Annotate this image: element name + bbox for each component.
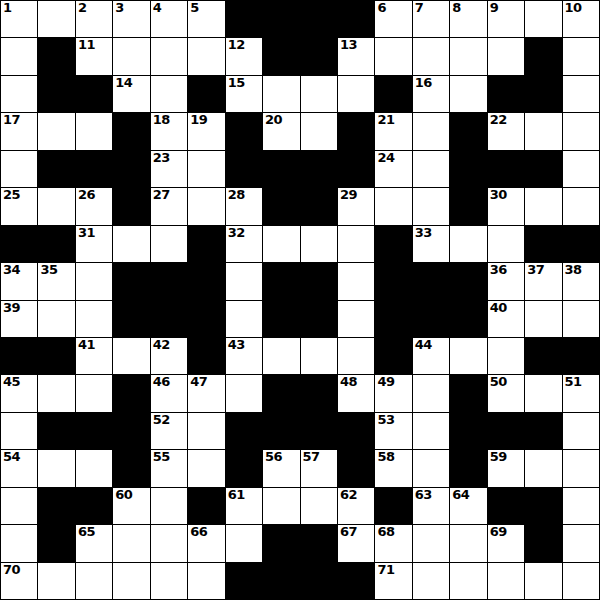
black-cell-r14-c1 [38,525,74,561]
white-cell-r9-c7[interactable] [263,338,299,374]
white-cell-r12-c1[interactable] [38,450,74,486]
clue-number-69: 69 [490,525,507,539]
white-cell-r0-c4[interactable]: 4 [151,1,187,37]
white-cell-r6-c8[interactable] [301,226,337,262]
clue-number-21: 21 [377,113,394,127]
black-cell-r11-c13 [488,413,524,449]
black-cell-r7-c11 [413,263,449,299]
black-cell-r15-c6 [226,563,262,599]
clue-number-62: 62 [340,488,357,502]
white-cell-r10-c0[interactable]: 45 [1,375,37,411]
white-cell-r1-c12[interactable] [450,38,486,74]
black-cell-r13-c10 [375,488,411,524]
black-cell-r13-c1 [38,488,74,524]
white-cell-r10-c11[interactable] [413,375,449,411]
white-cell-r11-c15[interactable] [563,413,599,449]
clue-number-39: 39 [3,301,20,315]
white-cell-r5-c4[interactable]: 27 [151,188,187,224]
clue-number-26: 26 [78,188,95,202]
white-cell-r0-c5[interactable]: 5 [188,1,224,37]
clue-number-59: 59 [490,450,507,464]
white-cell-r0-c12[interactable]: 8 [450,1,486,37]
white-cell-r1-c11[interactable] [413,38,449,74]
clue-number-33: 33 [415,226,432,240]
clue-number-48: 48 [340,375,357,389]
white-cell-r2-c9[interactable] [338,76,374,112]
white-cell-r0-c3[interactable]: 3 [113,1,149,37]
white-cell-r12-c8[interactable]: 57 [301,450,337,486]
black-cell-r3-c12 [450,113,486,149]
white-cell-r1-c15[interactable] [563,38,599,74]
white-cell-r6-c12[interactable] [450,226,486,262]
black-cell-r2-c10 [375,76,411,112]
white-cell-r10-c2[interactable] [76,375,112,411]
clue-number-61: 61 [228,488,245,502]
clue-number-57: 57 [303,450,320,464]
white-cell-r13-c9[interactable]: 62 [338,488,374,524]
white-cell-r3-c8[interactable] [301,113,337,149]
black-cell-r11-c6 [226,413,262,449]
black-cell-r11-c7 [263,413,299,449]
black-cell-r3-c6 [226,113,262,149]
white-cell-r13-c4[interactable] [151,488,187,524]
clue-number-35: 35 [40,263,57,277]
white-cell-r0-c15[interactable]: 10 [563,1,599,37]
clue-number-37: 37 [527,263,544,277]
white-cell-r8-c15[interactable] [563,301,599,337]
white-cell-r8-c13[interactable]: 40 [488,301,524,337]
white-cell-r3-c2[interactable] [76,113,112,149]
white-cell-r10-c14[interactable] [525,375,561,411]
black-cell-r12-c9 [338,450,374,486]
white-cell-r10-c15[interactable]: 51 [563,375,599,411]
white-cell-r12-c13[interactable]: 59 [488,450,524,486]
white-cell-r6-c9[interactable] [338,226,374,262]
white-cell-r12-c5[interactable] [188,450,224,486]
clue-number-17: 17 [3,113,20,127]
clue-number-65: 65 [78,525,95,539]
black-cell-r8-c7 [263,301,299,337]
black-cell-r8-c11 [413,301,449,337]
white-cell-r15-c11[interactable] [413,563,449,599]
white-cell-r14-c11[interactable] [413,525,449,561]
white-cell-r5-c2[interactable]: 26 [76,188,112,224]
white-cell-r12-c4[interactable]: 55 [151,450,187,486]
clue-number-49: 49 [377,375,394,389]
black-cell-r6-c0 [1,226,37,262]
clue-number-23: 23 [153,151,170,165]
white-cell-r15-c14[interactable] [525,563,561,599]
white-cell-r11-c5[interactable] [188,413,224,449]
white-cell-r9-c8[interactable] [301,338,337,374]
black-cell-r12-c12 [450,450,486,486]
black-cell-r5-c8 [301,188,337,224]
white-cell-r5-c14[interactable] [525,188,561,224]
white-cell-r14-c9[interactable]: 67 [338,525,374,561]
white-cell-r4-c4[interactable]: 23 [151,151,187,187]
white-cell-r3-c0[interactable]: 17 [1,113,37,149]
white-cell-r3-c14[interactable] [525,113,561,149]
black-cell-r11-c14 [525,413,561,449]
black-cell-r10-c12 [450,375,486,411]
black-cell-r4-c7 [263,151,299,187]
black-cell-r5-c12 [450,188,486,224]
white-cell-r0-c13[interactable]: 9 [488,1,524,37]
white-cell-r15-c2[interactable] [76,563,112,599]
white-cell-r15-c15[interactable] [563,563,599,599]
white-cell-r10-c6[interactable] [226,375,262,411]
white-cell-r1-c13[interactable] [488,38,524,74]
white-cell-r5-c5[interactable] [188,188,224,224]
white-cell-r2-c0[interactable] [1,76,37,112]
white-cell-r8-c1[interactable] [38,301,74,337]
black-cell-r10-c7 [263,375,299,411]
white-cell-r3-c1[interactable] [38,113,74,149]
white-cell-r3-c5[interactable]: 19 [188,113,224,149]
white-cell-r4-c11[interactable] [413,151,449,187]
white-cell-r5-c11[interactable] [413,188,449,224]
white-cell-r3-c10[interactable]: 21 [375,113,411,149]
white-cell-r10-c10[interactable]: 49 [375,375,411,411]
white-cell-r15-c1[interactable] [38,563,74,599]
black-cell-r8-c3 [113,301,149,337]
white-cell-r1-c3[interactable] [113,38,149,74]
black-cell-r9-c0 [1,338,37,374]
clue-number-3: 3 [115,1,124,15]
clue-number-34: 34 [3,263,20,277]
clue-number-38: 38 [565,263,582,277]
white-cell-r12-c11[interactable] [413,450,449,486]
clue-number-43: 43 [228,338,245,352]
white-cell-r10-c4[interactable]: 46 [151,375,187,411]
white-cell-r12-c0[interactable]: 54 [1,450,37,486]
white-cell-r7-c0[interactable]: 34 [1,263,37,299]
clue-number-20: 20 [265,113,282,127]
black-cell-r6-c15 [563,226,599,262]
clue-number-19: 19 [190,113,207,127]
black-cell-r8-c5 [188,301,224,337]
white-cell-r2-c11[interactable]: 16 [413,76,449,112]
white-cell-r6-c3[interactable] [113,226,149,262]
clue-number-14: 14 [115,76,132,90]
white-cell-r11-c4[interactable]: 52 [151,413,187,449]
clue-number-24: 24 [377,151,394,165]
white-cell-r6-c4[interactable] [151,226,187,262]
white-cell-r9-c2[interactable]: 41 [76,338,112,374]
black-cell-r6-c1 [38,226,74,262]
white-cell-r4-c10[interactable]: 24 [375,151,411,187]
clue-number-13: 13 [340,38,357,52]
black-cell-r12-c3 [113,450,149,486]
white-cell-r3-c11[interactable] [413,113,449,149]
black-cell-r4-c9 [338,151,374,187]
clue-number-41: 41 [78,338,95,352]
clue-number-58: 58 [377,450,394,464]
black-cell-r8-c8 [301,301,337,337]
clue-number-12: 12 [228,38,245,52]
clue-number-28: 28 [228,188,245,202]
white-cell-r6-c7[interactable] [263,226,299,262]
white-cell-r8-c9[interactable] [338,301,374,337]
clue-number-15: 15 [228,76,245,90]
white-cell-r14-c10[interactable]: 68 [375,525,411,561]
white-cell-r14-c2[interactable]: 65 [76,525,112,561]
white-cell-r10-c9[interactable]: 48 [338,375,374,411]
clue-number-27: 27 [153,188,170,202]
white-cell-r13-c11[interactable]: 63 [413,488,449,524]
white-cell-r1-c4[interactable] [151,38,187,74]
white-cell-r13-c15[interactable] [563,488,599,524]
white-cell-r1-c5[interactable] [188,38,224,74]
white-cell-r9-c3[interactable] [113,338,149,374]
clue-number-66: 66 [190,525,207,539]
white-cell-r3-c4[interactable]: 18 [151,113,187,149]
black-cell-r1-c8 [301,38,337,74]
clue-number-5: 5 [190,1,199,15]
white-cell-r6-c13[interactable] [488,226,524,262]
black-cell-r6-c14 [525,226,561,262]
black-cell-r8-c10 [375,301,411,337]
white-cell-r1-c10[interactable] [375,38,411,74]
white-cell-r15-c0[interactable]: 70 [1,563,37,599]
clue-number-46: 46 [153,375,170,389]
white-cell-r9-c4[interactable]: 42 [151,338,187,374]
white-cell-r12-c7[interactable]: 56 [263,450,299,486]
white-cell-r14-c15[interactable] [563,525,599,561]
clue-number-42: 42 [153,338,170,352]
white-cell-r0-c2[interactable]: 2 [76,1,112,37]
white-cell-r5-c9[interactable]: 29 [338,188,374,224]
white-cell-r4-c0[interactable] [1,151,37,187]
clue-number-53: 53 [377,413,394,427]
black-cell-r1-c1 [38,38,74,74]
black-cell-r6-c5 [188,226,224,262]
clue-number-25: 25 [3,188,20,202]
clue-number-63: 63 [415,488,432,502]
white-cell-r5-c0[interactable]: 25 [1,188,37,224]
black-cell-r9-c10 [375,338,411,374]
black-cell-r0-c8 [301,1,337,37]
white-cell-r9-c13[interactable] [488,338,524,374]
white-cell-r14-c12[interactable] [450,525,486,561]
white-cell-r2-c12[interactable] [450,76,486,112]
white-cell-r9-c6[interactable]: 43 [226,338,262,374]
clue-number-45: 45 [3,375,20,389]
white-cell-r1-c2[interactable]: 11 [76,38,112,74]
white-cell-r10-c1[interactable] [38,375,74,411]
black-cell-r4-c13 [488,151,524,187]
black-cell-r4-c8 [301,151,337,187]
white-cell-r14-c6[interactable] [226,525,262,561]
clue-number-52: 52 [153,413,170,427]
white-cell-r9-c12[interactable] [450,338,486,374]
black-cell-r2-c14 [525,76,561,112]
white-cell-r13-c8[interactable] [301,488,337,524]
white-cell-r0-c1[interactable] [38,1,74,37]
clue-number-6: 6 [377,1,386,15]
white-cell-r14-c0[interactable] [1,525,37,561]
white-cell-r14-c5[interactable]: 66 [188,525,224,561]
black-cell-r15-c8 [301,563,337,599]
white-cell-r9-c9[interactable] [338,338,374,374]
black-cell-r2-c5 [188,76,224,112]
white-cell-r1-c9[interactable]: 13 [338,38,374,74]
clue-number-18: 18 [153,113,170,127]
white-cell-r7-c15[interactable]: 38 [563,263,599,299]
black-cell-r4-c3 [113,151,149,187]
black-cell-r4-c6 [226,151,262,187]
clue-number-29: 29 [340,188,357,202]
white-cell-r6-c11[interactable]: 33 [413,226,449,262]
black-cell-r13-c13 [488,488,524,524]
white-cell-r7-c13[interactable]: 36 [488,263,524,299]
clue-number-47: 47 [190,375,207,389]
black-cell-r10-c8 [301,375,337,411]
black-cell-r5-c7 [263,188,299,224]
black-cell-r14-c14 [525,525,561,561]
black-cell-r4-c1 [38,151,74,187]
white-cell-r8-c0[interactable]: 39 [1,301,37,337]
white-cell-r12-c10[interactable]: 58 [375,450,411,486]
white-cell-r11-c10[interactable]: 53 [375,413,411,449]
white-cell-r15-c13[interactable] [488,563,524,599]
white-cell-r14-c13[interactable]: 69 [488,525,524,561]
white-cell-r8-c14[interactable] [525,301,561,337]
black-cell-r7-c8 [301,263,337,299]
white-cell-r8-c2[interactable] [76,301,112,337]
white-cell-r5-c15[interactable] [563,188,599,224]
white-cell-r0-c10[interactable]: 6 [375,1,411,37]
white-cell-r11-c0[interactable] [1,413,37,449]
clue-number-30: 30 [490,188,507,202]
white-cell-r15-c3[interactable] [113,563,149,599]
black-cell-r15-c9 [338,563,374,599]
black-cell-r13-c2 [76,488,112,524]
white-cell-r7-c2[interactable] [76,263,112,299]
black-cell-r7-c3 [113,263,149,299]
white-cell-r4-c5[interactable] [188,151,224,187]
black-cell-r7-c4 [151,263,187,299]
black-cell-r8-c12 [450,301,486,337]
white-cell-r14-c4[interactable] [151,525,187,561]
clue-number-55: 55 [153,450,170,464]
black-cell-r7-c12 [450,263,486,299]
white-cell-r7-c1[interactable]: 35 [38,263,74,299]
white-cell-r6-c6[interactable]: 32 [226,226,262,262]
clue-number-8: 8 [452,1,461,15]
black-cell-r7-c5 [188,263,224,299]
white-cell-r3-c15[interactable] [563,113,599,149]
clue-number-67: 67 [340,525,357,539]
clue-number-51: 51 [565,375,582,389]
white-cell-r3-c13[interactable]: 22 [488,113,524,149]
white-cell-r7-c14[interactable]: 37 [525,263,561,299]
black-cell-r14-c8 [301,525,337,561]
clue-number-71: 71 [377,563,394,577]
white-cell-r2-c4[interactable] [151,76,187,112]
white-cell-r15-c4[interactable] [151,563,187,599]
black-cell-r11-c3 [113,413,149,449]
white-cell-r3-c7[interactable]: 20 [263,113,299,149]
black-cell-r1-c7 [263,38,299,74]
white-cell-r7-c6[interactable] [226,263,262,299]
crossword-grid: 1234567891011121314151617181920212223242… [0,0,600,600]
clue-number-50: 50 [490,375,507,389]
black-cell-r8-c4 [151,301,187,337]
clue-number-32: 32 [228,226,245,240]
white-cell-r2-c3[interactable]: 14 [113,76,149,112]
white-cell-r14-c3[interactable] [113,525,149,561]
white-cell-r5-c10[interactable] [375,188,411,224]
black-cell-r7-c10 [375,263,411,299]
clue-number-7: 7 [415,1,424,15]
white-cell-r13-c12[interactable]: 64 [450,488,486,524]
white-cell-r13-c7[interactable] [263,488,299,524]
black-cell-r14-c7 [263,525,299,561]
white-cell-r15-c10[interactable]: 71 [375,563,411,599]
black-cell-r2-c1 [38,76,74,112]
black-cell-r4-c2 [76,151,112,187]
white-cell-r2-c7[interactable] [263,76,299,112]
white-cell-r4-c15[interactable] [563,151,599,187]
black-cell-r11-c12 [450,413,486,449]
white-cell-r6-c2[interactable]: 31 [76,226,112,262]
clue-number-60: 60 [115,488,132,502]
black-cell-r13-c14 [525,488,561,524]
white-cell-r2-c8[interactable] [301,76,337,112]
clue-number-36: 36 [490,263,507,277]
black-cell-r9-c15 [563,338,599,374]
white-cell-r0-c14[interactable] [525,1,561,37]
white-cell-r1-c6[interactable]: 12 [226,38,262,74]
white-cell-r12-c14[interactable] [525,450,561,486]
white-cell-r15-c5[interactable] [188,563,224,599]
white-cell-r0-c0[interactable]: 1 [1,1,37,37]
white-cell-r0-c11[interactable]: 7 [413,1,449,37]
white-cell-r2-c6[interactable]: 15 [226,76,262,112]
white-cell-r8-c6[interactable] [226,301,262,337]
white-cell-r11-c11[interactable] [413,413,449,449]
clue-number-22: 22 [490,113,507,127]
white-cell-r13-c3[interactable]: 60 [113,488,149,524]
clue-number-44: 44 [415,338,432,352]
white-cell-r10-c13[interactable]: 50 [488,375,524,411]
white-cell-r5-c13[interactable]: 30 [488,188,524,224]
clue-number-16: 16 [415,76,432,90]
black-cell-r1-c14 [525,38,561,74]
white-cell-r13-c0[interactable] [1,488,37,524]
black-cell-r10-c3 [113,375,149,411]
white-cell-r10-c5[interactable]: 47 [188,375,224,411]
black-cell-r4-c14 [525,151,561,187]
clue-number-11: 11 [78,38,95,52]
black-cell-r4-c12 [450,151,486,187]
white-cell-r2-c15[interactable] [563,76,599,112]
white-cell-r9-c11[interactable]: 44 [413,338,449,374]
white-cell-r1-c0[interactable] [1,38,37,74]
white-cell-r7-c9[interactable] [338,263,374,299]
black-cell-r2-c13 [488,76,524,112]
white-cell-r12-c15[interactable] [563,450,599,486]
white-cell-r12-c2[interactable] [76,450,112,486]
white-cell-r5-c6[interactable]: 28 [226,188,262,224]
clue-number-1: 1 [3,1,12,15]
black-cell-r11-c1 [38,413,74,449]
white-cell-r15-c12[interactable] [450,563,486,599]
white-cell-r13-c6[interactable]: 61 [226,488,262,524]
white-cell-r5-c1[interactable] [38,188,74,224]
black-cell-r12-c6 [226,450,262,486]
